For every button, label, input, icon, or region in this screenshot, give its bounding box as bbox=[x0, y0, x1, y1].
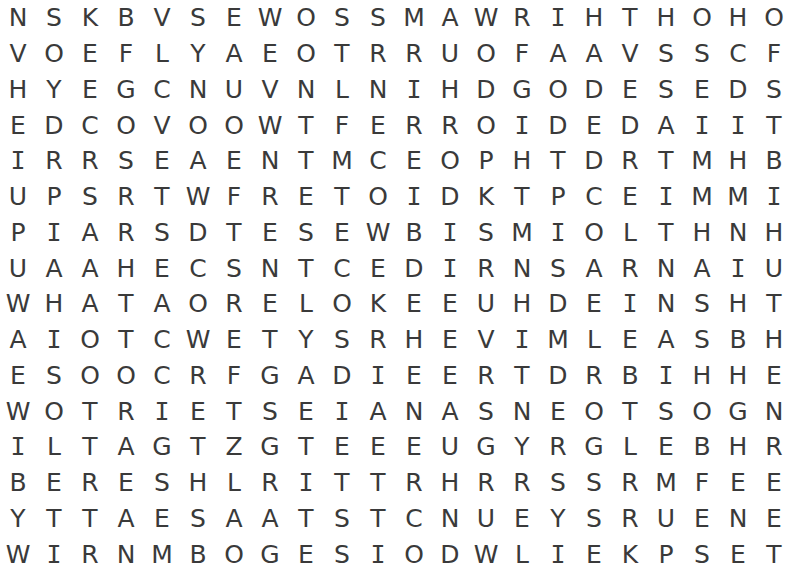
grid-cell[interactable]: U bbox=[0, 250, 36, 286]
grid-cell[interactable]: W bbox=[0, 286, 36, 322]
grid-cell[interactable]: A bbox=[144, 286, 180, 322]
grid-cell[interactable]: U bbox=[432, 36, 468, 72]
grid-cell[interactable]: A bbox=[72, 250, 108, 286]
grid-cell[interactable]: U bbox=[648, 501, 684, 537]
grid-cell[interactable]: O bbox=[684, 0, 720, 36]
grid-cell[interactable]: I bbox=[612, 286, 648, 322]
grid-cell[interactable]: R bbox=[468, 465, 504, 501]
grid-cell[interactable]: T bbox=[756, 107, 792, 143]
grid-cell[interactable]: N bbox=[396, 393, 432, 429]
grid-cell[interactable]: S bbox=[540, 465, 576, 501]
grid-cell[interactable]: A bbox=[72, 215, 108, 251]
grid-cell[interactable]: D bbox=[324, 358, 360, 394]
grid-cell[interactable]: E bbox=[756, 501, 792, 537]
grid-cell[interactable]: O bbox=[684, 393, 720, 429]
grid-cell[interactable]: S bbox=[36, 0, 72, 36]
grid-cell[interactable]: L bbox=[576, 322, 612, 358]
grid-cell[interactable]: W bbox=[252, 0, 288, 36]
grid-cell[interactable]: D bbox=[540, 286, 576, 322]
grid-cell[interactable]: H bbox=[432, 465, 468, 501]
grid-cell[interactable]: T bbox=[288, 143, 324, 179]
grid-cell[interactable]: R bbox=[36, 143, 72, 179]
grid-cell[interactable]: S bbox=[684, 36, 720, 72]
grid-cell[interactable]: T bbox=[360, 465, 396, 501]
grid-cell[interactable]: B bbox=[612, 358, 648, 394]
grid-cell[interactable]: E bbox=[612, 322, 648, 358]
grid-cell[interactable]: O bbox=[216, 536, 252, 572]
grid-cell[interactable]: B bbox=[756, 143, 792, 179]
grid-cell[interactable]: I bbox=[432, 215, 468, 251]
grid-cell[interactable]: A bbox=[0, 322, 36, 358]
grid-cell[interactable]: H bbox=[720, 358, 756, 394]
grid-cell[interactable]: G bbox=[720, 393, 756, 429]
grid-cell[interactable]: B bbox=[396, 215, 432, 251]
grid-cell[interactable]: R bbox=[612, 501, 648, 537]
grid-cell[interactable]: R bbox=[612, 465, 648, 501]
grid-cell[interactable]: E bbox=[216, 143, 252, 179]
grid-cell[interactable]: D bbox=[612, 107, 648, 143]
grid-cell[interactable]: G bbox=[108, 72, 144, 108]
grid-cell[interactable]: O bbox=[576, 215, 612, 251]
grid-cell[interactable]: D bbox=[576, 143, 612, 179]
grid-cell[interactable]: K bbox=[468, 179, 504, 215]
grid-cell[interactable]: Y bbox=[36, 72, 72, 108]
grid-cell[interactable]: V bbox=[144, 0, 180, 36]
grid-cell[interactable]: E bbox=[252, 36, 288, 72]
grid-cell[interactable]: S bbox=[324, 0, 360, 36]
grid-cell[interactable]: T bbox=[648, 143, 684, 179]
grid-cell[interactable]: V bbox=[144, 107, 180, 143]
grid-cell[interactable]: Y bbox=[540, 501, 576, 537]
grid-cell[interactable]: A bbox=[576, 36, 612, 72]
grid-cell[interactable]: E bbox=[360, 250, 396, 286]
grid-cell[interactable]: W bbox=[360, 215, 396, 251]
grid-cell[interactable]: I bbox=[324, 393, 360, 429]
grid-cell[interactable]: R bbox=[396, 36, 432, 72]
grid-cell[interactable]: O bbox=[288, 36, 324, 72]
grid-cell[interactable]: D bbox=[36, 107, 72, 143]
grid-cell[interactable]: P bbox=[0, 215, 36, 251]
grid-cell[interactable]: C bbox=[720, 36, 756, 72]
grid-cell[interactable]: R bbox=[108, 179, 144, 215]
grid-cell[interactable]: R bbox=[360, 36, 396, 72]
grid-cell[interactable]: I bbox=[432, 250, 468, 286]
grid-cell[interactable]: H bbox=[648, 0, 684, 36]
grid-cell[interactable]: S bbox=[468, 393, 504, 429]
grid-cell[interactable]: A bbox=[216, 36, 252, 72]
grid-cell[interactable]: O bbox=[468, 36, 504, 72]
grid-cell[interactable]: H bbox=[720, 429, 756, 465]
grid-cell[interactable]: Y bbox=[0, 501, 36, 537]
grid-cell[interactable]: O bbox=[108, 358, 144, 394]
grid-cell[interactable]: S bbox=[648, 393, 684, 429]
grid-cell[interactable]: A bbox=[432, 393, 468, 429]
grid-cell[interactable]: I bbox=[396, 72, 432, 108]
grid-cell[interactable]: O bbox=[108, 107, 144, 143]
grid-cell[interactable]: W bbox=[468, 536, 504, 572]
grid-cell[interactable]: B bbox=[108, 0, 144, 36]
grid-cell[interactable]: U bbox=[468, 286, 504, 322]
grid-cell[interactable]: A bbox=[684, 250, 720, 286]
grid-cell[interactable]: E bbox=[108, 465, 144, 501]
grid-cell[interactable]: D bbox=[396, 250, 432, 286]
grid-cell[interactable]: O bbox=[36, 393, 72, 429]
grid-cell[interactable]: E bbox=[720, 465, 756, 501]
grid-cell[interactable]: R bbox=[504, 465, 540, 501]
grid-cell[interactable]: M bbox=[396, 0, 432, 36]
grid-cell[interactable]: S bbox=[216, 250, 252, 286]
grid-cell[interactable]: U bbox=[0, 179, 36, 215]
grid-cell[interactable]: S bbox=[684, 286, 720, 322]
grid-cell[interactable]: N bbox=[756, 393, 792, 429]
grid-cell[interactable]: F bbox=[216, 179, 252, 215]
grid-cell[interactable]: S bbox=[72, 179, 108, 215]
grid-cell[interactable]: I bbox=[288, 465, 324, 501]
grid-cell[interactable]: S bbox=[324, 322, 360, 358]
grid-cell[interactable]: R bbox=[252, 179, 288, 215]
grid-cell[interactable]: T bbox=[612, 0, 648, 36]
grid-cell[interactable]: A bbox=[648, 322, 684, 358]
grid-cell[interactable]: A bbox=[108, 501, 144, 537]
grid-cell[interactable]: T bbox=[288, 250, 324, 286]
grid-cell[interactable]: D bbox=[180, 215, 216, 251]
grid-cell[interactable]: R bbox=[396, 465, 432, 501]
grid-cell[interactable]: T bbox=[288, 107, 324, 143]
grid-cell[interactable]: D bbox=[432, 536, 468, 572]
grid-cell[interactable]: T bbox=[504, 179, 540, 215]
grid-cell[interactable]: W bbox=[180, 179, 216, 215]
grid-cell[interactable]: R bbox=[540, 429, 576, 465]
grid-cell[interactable]: O bbox=[576, 393, 612, 429]
grid-cell[interactable]: T bbox=[360, 501, 396, 537]
grid-cell[interactable]: S bbox=[180, 0, 216, 36]
grid-cell[interactable]: A bbox=[648, 107, 684, 143]
grid-cell[interactable]: R bbox=[216, 286, 252, 322]
grid-cell[interactable]: M bbox=[684, 179, 720, 215]
grid-cell[interactable]: E bbox=[360, 107, 396, 143]
grid-cell[interactable]: R bbox=[468, 358, 504, 394]
grid-cell[interactable]: E bbox=[144, 250, 180, 286]
grid-cell[interactable]: A bbox=[252, 501, 288, 537]
grid-cell[interactable]: T bbox=[36, 501, 72, 537]
grid-cell[interactable]: C bbox=[396, 501, 432, 537]
grid-cell[interactable]: V bbox=[468, 322, 504, 358]
grid-cell[interactable]: L bbox=[216, 465, 252, 501]
grid-cell[interactable]: E bbox=[144, 501, 180, 537]
grid-cell[interactable]: O bbox=[396, 536, 432, 572]
grid-cell[interactable]: E bbox=[756, 465, 792, 501]
grid-cell[interactable]: I bbox=[36, 536, 72, 572]
grid-cell[interactable]: S bbox=[252, 393, 288, 429]
grid-cell[interactable]: O bbox=[360, 179, 396, 215]
grid-cell[interactable]: A bbox=[360, 393, 396, 429]
grid-cell[interactable]: E bbox=[684, 72, 720, 108]
grid-cell[interactable]: I bbox=[396, 179, 432, 215]
grid-cell[interactable]: S bbox=[576, 465, 612, 501]
grid-cell[interactable]: Y bbox=[180, 36, 216, 72]
grid-cell[interactable]: T bbox=[756, 286, 792, 322]
grid-cell[interactable]: M bbox=[720, 179, 756, 215]
grid-cell[interactable]: O bbox=[324, 286, 360, 322]
grid-cell[interactable]: I bbox=[684, 107, 720, 143]
grid-cell[interactable]: S bbox=[540, 250, 576, 286]
grid-cell[interactable]: C bbox=[360, 143, 396, 179]
grid-cell[interactable]: E bbox=[432, 322, 468, 358]
grid-cell[interactable]: B bbox=[0, 465, 36, 501]
grid-cell[interactable]: Y bbox=[504, 429, 540, 465]
grid-cell[interactable]: S bbox=[576, 501, 612, 537]
grid-cell[interactable]: R bbox=[360, 322, 396, 358]
grid-cell[interactable]: C bbox=[180, 250, 216, 286]
grid-cell[interactable]: F bbox=[504, 36, 540, 72]
grid-cell[interactable]: A bbox=[216, 501, 252, 537]
grid-cell[interactable]: E bbox=[72, 72, 108, 108]
grid-cell[interactable]: R bbox=[108, 393, 144, 429]
grid-cell[interactable]: V bbox=[612, 36, 648, 72]
grid-cell[interactable]: L bbox=[36, 429, 72, 465]
grid-cell[interactable]: H bbox=[684, 215, 720, 251]
grid-cell[interactable]: E bbox=[324, 429, 360, 465]
grid-cell[interactable]: I bbox=[0, 429, 36, 465]
grid-cell[interactable]: H bbox=[432, 72, 468, 108]
grid-cell[interactable]: G bbox=[468, 429, 504, 465]
grid-cell[interactable]: I bbox=[360, 358, 396, 394]
grid-cell[interactable]: E bbox=[36, 465, 72, 501]
grid-cell[interactable]: R bbox=[576, 358, 612, 394]
grid-cell[interactable]: C bbox=[576, 179, 612, 215]
grid-cell[interactable]: D bbox=[540, 358, 576, 394]
grid-cell[interactable]: S bbox=[36, 358, 72, 394]
grid-cell[interactable]: I bbox=[720, 107, 756, 143]
grid-cell[interactable]: A bbox=[288, 358, 324, 394]
grid-cell[interactable]: D bbox=[540, 107, 576, 143]
grid-cell[interactable]: E bbox=[144, 143, 180, 179]
grid-cell[interactable]: E bbox=[396, 143, 432, 179]
grid-cell[interactable]: I bbox=[648, 358, 684, 394]
grid-cell[interactable]: H bbox=[720, 0, 756, 36]
grid-cell[interactable]: A bbox=[576, 250, 612, 286]
grid-cell[interactable]: C bbox=[144, 72, 180, 108]
grid-cell[interactable]: E bbox=[396, 358, 432, 394]
grid-cell[interactable]: E bbox=[0, 107, 36, 143]
grid-cell[interactable]: T bbox=[612, 393, 648, 429]
grid-cell[interactable]: N bbox=[648, 250, 684, 286]
grid-cell[interactable]: O bbox=[180, 107, 216, 143]
grid-cell[interactable]: D bbox=[432, 179, 468, 215]
grid-cell[interactable]: E bbox=[288, 536, 324, 572]
grid-cell[interactable]: G bbox=[252, 536, 288, 572]
grid-cell[interactable]: E bbox=[216, 322, 252, 358]
grid-cell[interactable]: H bbox=[180, 465, 216, 501]
grid-cell[interactable]: N bbox=[288, 72, 324, 108]
grid-cell[interactable]: H bbox=[756, 322, 792, 358]
grid-cell[interactable]: S bbox=[180, 501, 216, 537]
grid-cell[interactable]: E bbox=[432, 358, 468, 394]
grid-cell[interactable]: T bbox=[216, 215, 252, 251]
grid-cell[interactable]: N bbox=[720, 501, 756, 537]
grid-cell[interactable]: E bbox=[720, 536, 756, 572]
grid-cell[interactable]: E bbox=[396, 286, 432, 322]
grid-cell[interactable]: N bbox=[504, 250, 540, 286]
grid-cell[interactable]: L bbox=[144, 36, 180, 72]
grid-cell[interactable]: Z bbox=[216, 429, 252, 465]
grid-cell[interactable]: F bbox=[756, 36, 792, 72]
grid-cell[interactable]: W bbox=[468, 0, 504, 36]
grid-cell[interactable]: E bbox=[576, 107, 612, 143]
grid-cell[interactable]: F bbox=[684, 465, 720, 501]
grid-cell[interactable]: T bbox=[216, 393, 252, 429]
grid-cell[interactable]: E bbox=[612, 179, 648, 215]
grid-cell[interactable]: N bbox=[252, 250, 288, 286]
grid-cell[interactable]: I bbox=[756, 179, 792, 215]
grid-cell[interactable]: E bbox=[216, 0, 252, 36]
grid-cell[interactable]: S bbox=[684, 536, 720, 572]
grid-cell[interactable]: M bbox=[684, 143, 720, 179]
grid-cell[interactable]: S bbox=[756, 72, 792, 108]
grid-cell[interactable]: O bbox=[540, 72, 576, 108]
grid-cell[interactable]: R bbox=[756, 429, 792, 465]
grid-cell[interactable]: D bbox=[468, 72, 504, 108]
grid-cell[interactable]: E bbox=[324, 215, 360, 251]
grid-cell[interactable]: N bbox=[648, 286, 684, 322]
grid-cell[interactable]: W bbox=[0, 393, 36, 429]
grid-cell[interactable]: H bbox=[576, 0, 612, 36]
grid-cell[interactable]: S bbox=[684, 322, 720, 358]
grid-cell[interactable]: I bbox=[648, 179, 684, 215]
grid-cell[interactable]: E bbox=[288, 179, 324, 215]
grid-cell[interactable]: T bbox=[648, 215, 684, 251]
grid-cell[interactable]: O bbox=[756, 0, 792, 36]
grid-cell[interactable]: H bbox=[504, 286, 540, 322]
grid-cell[interactable]: R bbox=[612, 143, 648, 179]
grid-cell[interactable]: T bbox=[72, 429, 108, 465]
grid-cell[interactable]: E bbox=[540, 393, 576, 429]
grid-cell[interactable]: C bbox=[324, 250, 360, 286]
grid-cell[interactable]: F bbox=[324, 107, 360, 143]
grid-cell[interactable]: E bbox=[0, 358, 36, 394]
grid-cell[interactable]: W bbox=[180, 322, 216, 358]
grid-cell[interactable]: H bbox=[756, 215, 792, 251]
grid-cell[interactable]: F bbox=[108, 36, 144, 72]
grid-cell[interactable]: S bbox=[324, 501, 360, 537]
grid-cell[interactable]: C bbox=[144, 322, 180, 358]
grid-cell[interactable]: U bbox=[756, 250, 792, 286]
grid-cell[interactable]: P bbox=[648, 536, 684, 572]
grid-cell[interactable]: R bbox=[468, 250, 504, 286]
grid-cell[interactable]: T bbox=[180, 429, 216, 465]
grid-cell[interactable]: F bbox=[216, 358, 252, 394]
grid-cell[interactable]: A bbox=[108, 429, 144, 465]
grid-cell[interactable]: M bbox=[504, 215, 540, 251]
grid-cell[interactable]: K bbox=[72, 0, 108, 36]
grid-cell[interactable]: I bbox=[504, 322, 540, 358]
grid-cell[interactable]: M bbox=[540, 322, 576, 358]
grid-cell[interactable]: L bbox=[324, 72, 360, 108]
grid-cell[interactable]: Y bbox=[288, 322, 324, 358]
grid-cell[interactable]: I bbox=[540, 215, 576, 251]
grid-cell[interactable]: R bbox=[252, 465, 288, 501]
grid-cell[interactable]: H bbox=[504, 143, 540, 179]
grid-cell[interactable]: S bbox=[288, 215, 324, 251]
grid-cell[interactable]: G bbox=[576, 429, 612, 465]
grid-cell[interactable]: S bbox=[144, 215, 180, 251]
grid-cell[interactable]: R bbox=[396, 107, 432, 143]
grid-cell[interactable]: M bbox=[144, 536, 180, 572]
grid-cell[interactable]: T bbox=[324, 179, 360, 215]
grid-cell[interactable]: M bbox=[648, 465, 684, 501]
grid-cell[interactable]: E bbox=[648, 429, 684, 465]
grid-cell[interactable]: I bbox=[504, 107, 540, 143]
grid-cell[interactable]: O bbox=[432, 143, 468, 179]
grid-cell[interactable]: N bbox=[720, 215, 756, 251]
grid-cell[interactable]: T bbox=[72, 393, 108, 429]
grid-cell[interactable]: I bbox=[540, 536, 576, 572]
grid-cell[interactable]: T bbox=[144, 179, 180, 215]
grid-cell[interactable]: N bbox=[252, 143, 288, 179]
grid-cell[interactable]: T bbox=[540, 143, 576, 179]
grid-cell[interactable]: E bbox=[72, 36, 108, 72]
grid-cell[interactable]: O bbox=[468, 107, 504, 143]
grid-cell[interactable]: A bbox=[72, 286, 108, 322]
grid-cell[interactable]: N bbox=[360, 72, 396, 108]
grid-cell[interactable]: S bbox=[144, 465, 180, 501]
grid-cell[interactable]: E bbox=[756, 358, 792, 394]
grid-cell[interactable]: L bbox=[612, 215, 648, 251]
grid-cell[interactable]: I bbox=[540, 0, 576, 36]
grid-cell[interactable]: S bbox=[324, 536, 360, 572]
grid-cell[interactable]: K bbox=[360, 286, 396, 322]
grid-cell[interactable]: A bbox=[540, 36, 576, 72]
grid-cell[interactable]: N bbox=[0, 0, 36, 36]
grid-cell[interactable]: R bbox=[72, 143, 108, 179]
grid-cell[interactable]: G bbox=[504, 72, 540, 108]
grid-cell[interactable]: G bbox=[252, 429, 288, 465]
grid-cell[interactable]: G bbox=[144, 429, 180, 465]
grid-cell[interactable]: T bbox=[288, 501, 324, 537]
grid-cell[interactable]: W bbox=[252, 107, 288, 143]
grid-cell[interactable]: E bbox=[684, 501, 720, 537]
grid-cell[interactable]: T bbox=[756, 536, 792, 572]
grid-cell[interactable]: V bbox=[252, 72, 288, 108]
grid-cell[interactable]: E bbox=[432, 286, 468, 322]
grid-cell[interactable]: R bbox=[72, 536, 108, 572]
grid-cell[interactable]: D bbox=[576, 72, 612, 108]
grid-cell[interactable]: R bbox=[612, 250, 648, 286]
grid-cell[interactable]: O bbox=[72, 358, 108, 394]
grid-cell[interactable]: H bbox=[684, 358, 720, 394]
grid-cell[interactable]: P bbox=[468, 143, 504, 179]
grid-cell[interactable]: A bbox=[432, 0, 468, 36]
grid-cell[interactable]: H bbox=[36, 286, 72, 322]
grid-cell[interactable]: E bbox=[576, 286, 612, 322]
grid-cell[interactable]: E bbox=[396, 429, 432, 465]
grid-cell[interactable]: E bbox=[252, 215, 288, 251]
grid-cell[interactable]: H bbox=[0, 72, 36, 108]
grid-cell[interactable]: O bbox=[36, 36, 72, 72]
grid-cell[interactable]: U bbox=[468, 501, 504, 537]
grid-cell[interactable]: R bbox=[72, 465, 108, 501]
grid-cell[interactable]: I bbox=[36, 322, 72, 358]
grid-cell[interactable]: O bbox=[216, 107, 252, 143]
grid-cell[interactable]: N bbox=[432, 501, 468, 537]
grid-cell[interactable]: M bbox=[324, 143, 360, 179]
grid-cell[interactable]: O bbox=[180, 286, 216, 322]
grid-cell[interactable]: A bbox=[180, 143, 216, 179]
grid-cell[interactable]: I bbox=[360, 536, 396, 572]
grid-cell[interactable]: K bbox=[612, 536, 648, 572]
grid-cell[interactable]: H bbox=[108, 250, 144, 286]
grid-cell[interactable]: D bbox=[720, 72, 756, 108]
